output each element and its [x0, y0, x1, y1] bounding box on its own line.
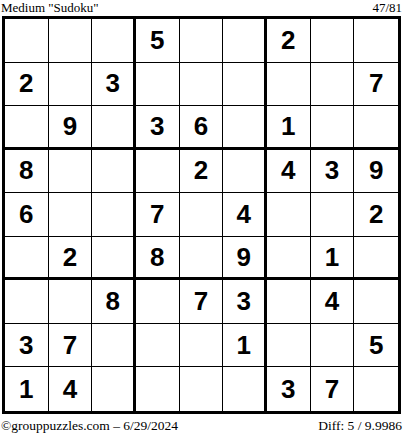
cell-r7c2-empty[interactable]	[49, 280, 93, 324]
cell-r9c8-given[interactable]: 7	[311, 367, 355, 411]
page-footer: ©grouppuzzles.com – 6/29/2024 Diff: 5 / …	[1, 418, 402, 434]
cell-r3c5-given[interactable]: 6	[180, 106, 224, 150]
cell-r3c9-empty[interactable]	[354, 106, 398, 150]
cell-r8c5-empty[interactable]	[180, 324, 224, 368]
cell-r2c6-empty[interactable]	[223, 63, 267, 107]
cell-r5c2-empty[interactable]	[49, 193, 93, 237]
cell-r3c8-empty[interactable]	[311, 106, 355, 150]
cell-r5c8-empty[interactable]	[311, 193, 355, 237]
cell-r7c9-empty[interactable]	[354, 280, 398, 324]
cell-r4c8-given[interactable]: 3	[311, 150, 355, 194]
cell-r3c4-given[interactable]: 3	[136, 106, 180, 150]
cell-r6c4-given[interactable]: 8	[136, 237, 180, 281]
cell-r1c5-empty[interactable]	[180, 19, 224, 63]
cell-r8c7-empty[interactable]	[267, 324, 311, 368]
cell-r4c2-empty[interactable]	[49, 150, 93, 194]
cell-r1c2-empty[interactable]	[49, 19, 93, 63]
cell-r7c7-empty[interactable]	[267, 280, 311, 324]
cell-r2c2-empty[interactable]	[49, 63, 93, 107]
cell-r4c4-empty[interactable]	[136, 150, 180, 194]
cell-r1c8-empty[interactable]	[311, 19, 355, 63]
cell-r5c6-given[interactable]: 4	[223, 193, 267, 237]
cell-r3c1-empty[interactable]	[5, 106, 49, 150]
cell-r2c5-empty[interactable]	[180, 63, 224, 107]
cell-r5c9-given[interactable]: 2	[354, 193, 398, 237]
cell-r8c2-given[interactable]: 7	[49, 324, 93, 368]
cell-r5c3-empty[interactable]	[92, 193, 136, 237]
cell-r2c9-given[interactable]: 7	[354, 63, 398, 107]
cell-r9c6-empty[interactable]	[223, 367, 267, 411]
difficulty-label: Diff: 5 / 9.9986	[318, 418, 402, 434]
cell-r5c4-given[interactable]: 7	[136, 193, 180, 237]
cell-r1c9-empty[interactable]	[354, 19, 398, 63]
empty-cell-counter: 47/81	[372, 0, 402, 15]
cell-r3c7-given[interactable]: 1	[267, 106, 311, 150]
cell-r7c8-given[interactable]: 4	[311, 280, 355, 324]
sudoku-grid: 5223793618243967422891873437151437	[2, 16, 401, 414]
cell-r6c8-given[interactable]: 1	[311, 237, 355, 281]
cell-r7c6-given[interactable]: 3	[223, 280, 267, 324]
cell-r4c1-given[interactable]: 8	[5, 150, 49, 194]
cell-r6c9-empty[interactable]	[354, 237, 398, 281]
page-header: Medium "Sudoku" 47/81	[1, 0, 402, 15]
cell-r9c3-empty[interactable]	[92, 367, 136, 411]
cell-r7c3-given[interactable]: 8	[92, 280, 136, 324]
cell-r2c3-given[interactable]: 3	[92, 63, 136, 107]
cell-r3c2-given[interactable]: 9	[49, 106, 93, 150]
cell-r2c1-given[interactable]: 2	[5, 63, 49, 107]
cell-r7c4-empty[interactable]	[136, 280, 180, 324]
cell-r9c9-empty[interactable]	[354, 367, 398, 411]
copyright-credit: ©grouppuzzles.com – 6/29/2024	[1, 418, 178, 434]
cell-r1c1-empty[interactable]	[5, 19, 49, 63]
cell-r5c1-given[interactable]: 6	[5, 193, 49, 237]
cell-r9c7-given[interactable]: 3	[267, 367, 311, 411]
cell-r9c1-given[interactable]: 1	[5, 367, 49, 411]
cell-r5c5-empty[interactable]	[180, 193, 224, 237]
cell-r8c6-given[interactable]: 1	[223, 324, 267, 368]
cell-r4c6-empty[interactable]	[223, 150, 267, 194]
cell-r6c7-empty[interactable]	[267, 237, 311, 281]
cell-r5c7-empty[interactable]	[267, 193, 311, 237]
cell-r6c3-empty[interactable]	[92, 237, 136, 281]
cell-r1c7-given[interactable]: 2	[267, 19, 311, 63]
cell-r4c7-given[interactable]: 4	[267, 150, 311, 194]
cell-r1c6-empty[interactable]	[223, 19, 267, 63]
cell-r9c4-empty[interactable]	[136, 367, 180, 411]
cell-r8c4-empty[interactable]	[136, 324, 180, 368]
cell-r2c4-empty[interactable]	[136, 63, 180, 107]
puzzle-title: Medium "Sudoku"	[1, 0, 99, 15]
cell-r9c5-empty[interactable]	[180, 367, 224, 411]
cell-r8c9-given[interactable]: 5	[354, 324, 398, 368]
cell-r7c1-empty[interactable]	[5, 280, 49, 324]
cell-r3c6-empty[interactable]	[223, 106, 267, 150]
cell-r6c1-empty[interactable]	[5, 237, 49, 281]
cell-r6c5-empty[interactable]	[180, 237, 224, 281]
cell-r9c2-given[interactable]: 4	[49, 367, 93, 411]
cell-r2c7-empty[interactable]	[267, 63, 311, 107]
cell-r4c3-empty[interactable]	[92, 150, 136, 194]
cell-r4c9-given[interactable]: 9	[354, 150, 398, 194]
cell-r8c1-given[interactable]: 3	[5, 324, 49, 368]
cell-r2c8-empty[interactable]	[311, 63, 355, 107]
cell-r6c2-given[interactable]: 2	[49, 237, 93, 281]
cell-r7c5-given[interactable]: 7	[180, 280, 224, 324]
cell-r6c6-given[interactable]: 9	[223, 237, 267, 281]
cell-r4c5-given[interactable]: 2	[180, 150, 224, 194]
cell-r1c3-empty[interactable]	[92, 19, 136, 63]
cell-r8c8-empty[interactable]	[311, 324, 355, 368]
cell-r8c3-empty[interactable]	[92, 324, 136, 368]
cell-r3c3-empty[interactable]	[92, 106, 136, 150]
cell-r1c4-given[interactable]: 5	[136, 19, 180, 63]
